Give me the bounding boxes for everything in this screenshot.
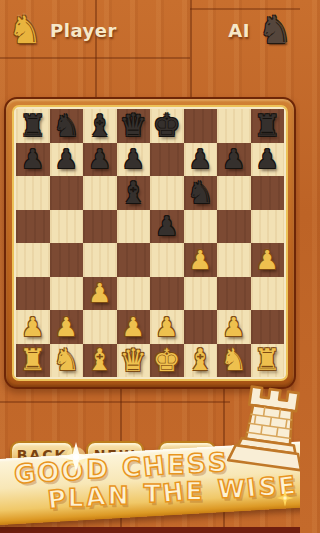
square-b7[interactable]: ♟ (50, 143, 84, 177)
black-rook[interactable]: ♜ (16, 109, 50, 143)
square-e3[interactable] (150, 277, 184, 311)
white-rook[interactable]: ♜ (251, 344, 285, 378)
square-f8[interactable] (184, 109, 218, 143)
square-a6[interactable] (16, 176, 50, 210)
chess-board[interactable]: ♜♞♝♛♚♜♟♟♟♟♟♟♟♝♞♟♟♟♟♟♟♟♟♟♜♞♝♛♚♝♞♜ (16, 109, 284, 377)
square-d7[interactable]: ♟ (117, 143, 151, 177)
square-h4[interactable]: ♟ (251, 243, 285, 277)
sparkle-icon (276, 489, 294, 507)
sparkle-icon (60, 441, 92, 473)
player-name-label: Player (50, 20, 117, 41)
square-g7[interactable]: ♟ (217, 143, 251, 177)
white-pawn[interactable]: ♟ (251, 243, 285, 277)
square-h8[interactable]: ♜ (251, 109, 285, 143)
white-bishop[interactable]: ♝ (184, 344, 218, 378)
square-b2[interactable]: ♟ (50, 310, 84, 344)
square-b5[interactable] (50, 210, 84, 244)
square-c1[interactable]: ♝ (83, 344, 117, 378)
white-bishop[interactable]: ♝ (83, 344, 117, 378)
square-g6[interactable] (217, 176, 251, 210)
white-pawn[interactable]: ♟ (16, 310, 50, 344)
square-f3[interactable] (184, 277, 218, 311)
square-a4[interactable] (16, 243, 50, 277)
white-pawn[interactable]: ♟ (184, 243, 218, 277)
black-knight[interactable]: ♞ (184, 176, 218, 210)
white-pawn[interactable]: ♟ (83, 277, 117, 311)
square-g2[interactable]: ♟ (217, 310, 251, 344)
square-c6[interactable] (83, 176, 117, 210)
square-c8[interactable]: ♝ (83, 109, 117, 143)
square-d1[interactable]: ♛ (117, 344, 151, 378)
square-h2[interactable] (251, 310, 285, 344)
square-e8[interactable]: ♚ (150, 109, 184, 143)
square-e4[interactable] (150, 243, 184, 277)
white-pawn[interactable]: ♟ (217, 310, 251, 344)
square-c3[interactable]: ♟ (83, 277, 117, 311)
wood-seam (0, 401, 230, 403)
square-f2[interactable] (184, 310, 218, 344)
square-c4[interactable] (83, 243, 117, 277)
square-h3[interactable] (251, 277, 285, 311)
white-knight[interactable]: ♞ (50, 344, 84, 378)
black-pawn[interactable]: ♟ (50, 143, 84, 177)
black-pawn[interactable]: ♟ (83, 143, 117, 177)
white-queen[interactable]: ♛ (117, 344, 151, 378)
square-e5[interactable]: ♟ (150, 210, 184, 244)
square-d3[interactable] (117, 277, 151, 311)
square-b8[interactable]: ♞ (50, 109, 84, 143)
square-f7[interactable]: ♟ (184, 143, 218, 177)
square-e7[interactable] (150, 143, 184, 177)
white-knight[interactable]: ♞ (217, 344, 251, 378)
square-f1[interactable]: ♝ (184, 344, 218, 378)
square-g4[interactable] (217, 243, 251, 277)
square-b1[interactable]: ♞ (50, 344, 84, 378)
black-bishop[interactable]: ♝ (83, 109, 117, 143)
black-pawn[interactable]: ♟ (150, 210, 184, 244)
white-pawn[interactable]: ♟ (150, 310, 184, 344)
square-h6[interactable] (251, 176, 285, 210)
square-g3[interactable] (217, 277, 251, 311)
dark-knight-icon: ♞ (258, 8, 292, 52)
square-h5[interactable] (251, 210, 285, 244)
square-a3[interactable] (16, 277, 50, 311)
gold-knight-icon: ♞ (8, 8, 42, 52)
wood-seam (0, 57, 190, 59)
black-pawn[interactable]: ♟ (117, 143, 151, 177)
black-pawn[interactable]: ♟ (251, 143, 285, 177)
white-pawn[interactable]: ♟ (50, 310, 84, 344)
black-queen[interactable]: ♛ (117, 109, 151, 143)
square-d6[interactable]: ♝ (117, 176, 151, 210)
square-e6[interactable] (150, 176, 184, 210)
square-b3[interactable] (50, 277, 84, 311)
square-g8[interactable] (217, 109, 251, 143)
black-bishop[interactable]: ♝ (117, 176, 151, 210)
square-a2[interactable]: ♟ (16, 310, 50, 344)
ai-name-label: AI (228, 20, 250, 41)
square-e1[interactable]: ♚ (150, 344, 184, 378)
square-b4[interactable] (50, 243, 84, 277)
square-f6[interactable]: ♞ (184, 176, 218, 210)
square-g5[interactable] (217, 210, 251, 244)
black-king[interactable]: ♚ (150, 109, 184, 143)
square-a7[interactable]: ♟ (16, 143, 50, 177)
square-d5[interactable] (117, 210, 151, 244)
square-c5[interactable] (83, 210, 117, 244)
board-inner-border: ♜♞♝♛♚♜♟♟♟♟♟♟♟♝♞♟♟♟♟♟♟♟♟♟♜♞♝♛♚♝♞♜ (12, 105, 288, 381)
square-a5[interactable] (16, 210, 50, 244)
white-rook[interactable]: ♜ (16, 344, 50, 378)
black-pawn[interactable]: ♟ (16, 143, 50, 177)
square-c7[interactable]: ♟ (83, 143, 117, 177)
white-king[interactable]: ♚ (150, 344, 184, 378)
rook-artwork (225, 382, 300, 477)
white-pawn[interactable]: ♟ (117, 310, 151, 344)
square-a8[interactable]: ♜ (16, 109, 50, 143)
square-d4[interactable] (117, 243, 151, 277)
black-pawn[interactable]: ♟ (184, 143, 218, 177)
square-d8[interactable]: ♛ (117, 109, 151, 143)
table-edge (0, 527, 300, 533)
black-knight[interactable]: ♞ (50, 109, 84, 143)
black-rook[interactable]: ♜ (251, 109, 285, 143)
square-g1[interactable]: ♞ (217, 344, 251, 378)
square-e2[interactable]: ♟ (150, 310, 184, 344)
square-a1[interactable]: ♜ (16, 344, 50, 378)
square-f4[interactable]: ♟ (184, 243, 218, 277)
top-bar: ♞ Player AI ♞ (0, 6, 300, 54)
square-d2[interactable]: ♟ (117, 310, 151, 344)
square-h7[interactable]: ♟ (251, 143, 285, 177)
square-f5[interactable] (184, 210, 218, 244)
board-frame: ♜♞♝♛♚♜♟♟♟♟♟♟♟♝♞♟♟♟♟♟♟♟♟♟♜♞♝♛♚♝♞♜ (4, 97, 296, 389)
black-pawn[interactable]: ♟ (217, 143, 251, 177)
square-b6[interactable] (50, 176, 84, 210)
square-h1[interactable]: ♜ (251, 344, 285, 378)
square-c2[interactable] (83, 310, 117, 344)
